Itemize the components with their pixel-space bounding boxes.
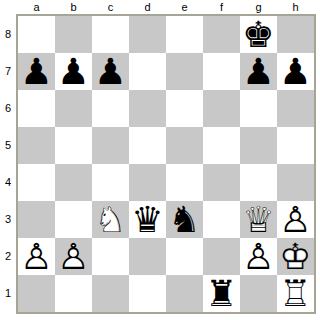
square-a2[interactable]: ♟♙ xyxy=(18,238,55,275)
square-c2[interactable] xyxy=(92,238,129,275)
square-b4[interactable] xyxy=(55,164,92,201)
piece-glyph: ♚ xyxy=(242,17,274,53)
square-d5[interactable] xyxy=(129,127,166,164)
square-f2[interactable] xyxy=(203,238,240,275)
square-h7[interactable]: ♟ xyxy=(277,53,314,90)
square-c7[interactable]: ♟ xyxy=(92,53,129,90)
rank-label-3: 3 xyxy=(0,201,16,238)
piece-glyph: ♖ xyxy=(279,276,311,312)
rank-label-7: 7 xyxy=(0,53,16,90)
piece-glyph: ♘ xyxy=(94,202,126,238)
rank-label-8: 8 xyxy=(0,16,16,53)
square-d7[interactable] xyxy=(129,53,166,90)
square-b2[interactable]: ♟♙ xyxy=(55,238,92,275)
file-label-b: b xyxy=(55,0,92,14)
file-label-d: d xyxy=(129,0,166,14)
square-e2[interactable] xyxy=(166,238,203,275)
rank-label-1: 1 xyxy=(0,275,16,312)
chess-board-diagram: abcdefgh 87654321 ♚♟♟♟♟♟♞♘♛♞♛♕♟♙♟♙♟♙♟♙♚♔… xyxy=(0,0,320,320)
square-b5[interactable] xyxy=(55,127,92,164)
piece-glyph: ♕ xyxy=(242,202,274,238)
square-e3[interactable]: ♞ xyxy=(166,201,203,238)
square-a4[interactable] xyxy=(18,164,55,201)
piece-glyph: ♞ xyxy=(168,202,200,238)
piece-white-knight-icon: ♞♘ xyxy=(92,201,129,238)
square-a8[interactable] xyxy=(18,16,55,53)
square-b7[interactable]: ♟ xyxy=(55,53,92,90)
square-h5[interactable] xyxy=(277,127,314,164)
piece-glyph: ♟ xyxy=(242,54,274,90)
piece-glyph: ♛ xyxy=(131,202,163,238)
square-e6[interactable] xyxy=(166,90,203,127)
square-e1[interactable] xyxy=(166,275,203,312)
file-label-c: c xyxy=(92,0,129,14)
piece-black-king-icon: ♚ xyxy=(240,16,277,53)
square-f5[interactable] xyxy=(203,127,240,164)
square-a7[interactable]: ♟ xyxy=(18,53,55,90)
square-d3[interactable]: ♛ xyxy=(129,201,166,238)
square-a5[interactable] xyxy=(18,127,55,164)
square-a1[interactable] xyxy=(18,275,55,312)
file-label-g: g xyxy=(240,0,277,14)
square-g1[interactable] xyxy=(240,275,277,312)
square-a6[interactable] xyxy=(18,90,55,127)
piece-glyph: ♟ xyxy=(94,54,126,90)
square-c1[interactable] xyxy=(92,275,129,312)
square-a3[interactable] xyxy=(18,201,55,238)
square-d1[interactable] xyxy=(129,275,166,312)
square-h3[interactable]: ♟♙ xyxy=(277,201,314,238)
piece-black-pawn-icon: ♟ xyxy=(240,53,277,90)
square-b1[interactable] xyxy=(55,275,92,312)
piece-white-pawn-icon: ♟♙ xyxy=(18,238,55,275)
piece-white-pawn-icon: ♟♙ xyxy=(240,238,277,275)
piece-glyph: ♙ xyxy=(20,239,52,275)
piece-glyph: ♜ xyxy=(205,276,237,312)
square-e4[interactable] xyxy=(166,164,203,201)
square-c6[interactable] xyxy=(92,90,129,127)
piece-glyph: ♙ xyxy=(242,239,274,275)
square-g2[interactable]: ♟♙ xyxy=(240,238,277,275)
square-h4[interactable] xyxy=(277,164,314,201)
square-d8[interactable] xyxy=(129,16,166,53)
rank-labels: 87654321 xyxy=(0,16,16,312)
piece-glyph: ♟ xyxy=(20,54,52,90)
square-g8[interactable]: ♚ xyxy=(240,16,277,53)
file-labels: abcdefgh xyxy=(18,0,314,14)
square-h8[interactable] xyxy=(277,16,314,53)
square-d4[interactable] xyxy=(129,164,166,201)
square-f6[interactable] xyxy=(203,90,240,127)
square-g3[interactable]: ♛♕ xyxy=(240,201,277,238)
square-g4[interactable] xyxy=(240,164,277,201)
square-f8[interactable] xyxy=(203,16,240,53)
square-b3[interactable] xyxy=(55,201,92,238)
piece-black-pawn-icon: ♟ xyxy=(92,53,129,90)
piece-white-queen-icon: ♛♕ xyxy=(240,201,277,238)
rank-label-5: 5 xyxy=(0,127,16,164)
square-f1[interactable]: ♜ xyxy=(203,275,240,312)
square-f7[interactable] xyxy=(203,53,240,90)
piece-glyph: ♔ xyxy=(279,239,311,275)
piece-white-rook-icon: ♜♖ xyxy=(277,275,314,312)
square-c8[interactable] xyxy=(92,16,129,53)
square-f3[interactable] xyxy=(203,201,240,238)
square-c4[interactable] xyxy=(92,164,129,201)
piece-black-rook-icon: ♜ xyxy=(203,275,240,312)
square-d2[interactable] xyxy=(129,238,166,275)
file-label-h: h xyxy=(277,0,314,14)
piece-white-pawn-icon: ♟♙ xyxy=(55,238,92,275)
piece-black-knight-icon: ♞ xyxy=(166,201,203,238)
square-h6[interactable] xyxy=(277,90,314,127)
piece-glyph: ♟ xyxy=(279,54,311,90)
piece-black-pawn-icon: ♟ xyxy=(55,53,92,90)
square-g6[interactable] xyxy=(240,90,277,127)
square-g5[interactable] xyxy=(240,127,277,164)
rank-label-4: 4 xyxy=(0,164,16,201)
square-d6[interactable] xyxy=(129,90,166,127)
square-c3[interactable]: ♞♘ xyxy=(92,201,129,238)
square-g7[interactable]: ♟ xyxy=(240,53,277,90)
board-frame: ♚♟♟♟♟♟♞♘♛♞♛♕♟♙♟♙♟♙♟♙♚♔♜♜♖ xyxy=(16,14,316,314)
square-c5[interactable] xyxy=(92,127,129,164)
square-h2[interactable]: ♚♔ xyxy=(277,238,314,275)
piece-white-king-icon: ♚♔ xyxy=(277,238,314,275)
square-f4[interactable] xyxy=(203,164,240,201)
piece-white-pawn-icon: ♟♙ xyxy=(277,201,314,238)
file-label-f: f xyxy=(203,0,240,14)
piece-glyph: ♙ xyxy=(57,239,89,275)
piece-black-pawn-icon: ♟ xyxy=(277,53,314,90)
rank-label-2: 2 xyxy=(0,238,16,275)
file-label-e: e xyxy=(166,0,203,14)
square-e5[interactable] xyxy=(166,127,203,164)
piece-glyph: ♙ xyxy=(279,202,311,238)
piece-black-pawn-icon: ♟ xyxy=(18,53,55,90)
square-b6[interactable] xyxy=(55,90,92,127)
square-e8[interactable] xyxy=(166,16,203,53)
rank-label-6: 6 xyxy=(0,90,16,127)
square-b8[interactable] xyxy=(55,16,92,53)
file-label-a: a xyxy=(18,0,55,14)
piece-glyph: ♟ xyxy=(57,54,89,90)
piece-black-queen-icon: ♛ xyxy=(129,201,166,238)
chess-board: ♚♟♟♟♟♟♞♘♛♞♛♕♟♙♟♙♟♙♟♙♚♔♜♜♖ xyxy=(18,16,314,312)
square-h1[interactable]: ♜♖ xyxy=(277,275,314,312)
square-e7[interactable] xyxy=(166,53,203,90)
